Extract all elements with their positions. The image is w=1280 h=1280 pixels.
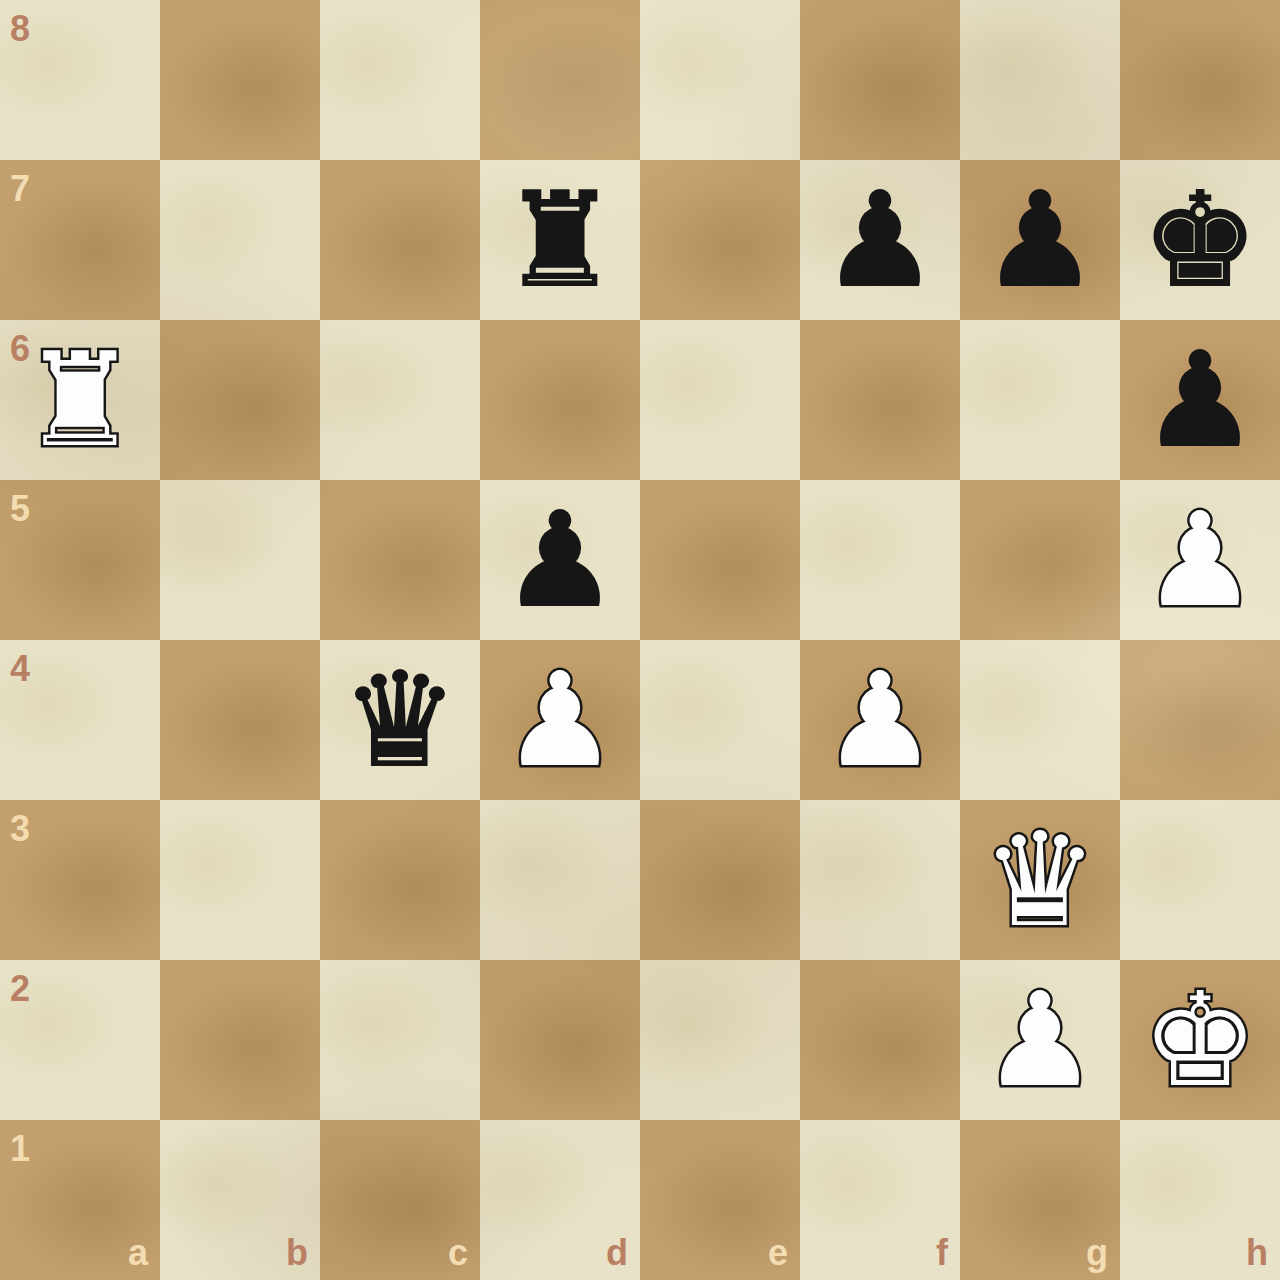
square-g1[interactable]: g [960,1120,1120,1280]
square-a5[interactable]: 5 [0,480,160,640]
square-e2[interactable] [640,960,800,1120]
rank-label-7: 7 [10,168,30,210]
square-c1[interactable]: c [320,1120,480,1280]
square-f8[interactable] [800,0,960,160]
black-pawn-d5[interactable]: ♟ [480,480,640,640]
file-label-e: e [768,1232,788,1274]
square-b2[interactable] [160,960,320,1120]
square-d3[interactable] [480,800,640,960]
square-d1[interactable]: d [480,1120,640,1280]
square-b4[interactable] [160,640,320,800]
square-h5[interactable]: ♟ [1120,480,1280,640]
black-rook-d7[interactable]: ♜ [480,160,640,320]
square-f6[interactable] [800,320,960,480]
square-c2[interactable] [320,960,480,1120]
square-e6[interactable] [640,320,800,480]
square-e7[interactable] [640,160,800,320]
square-a2[interactable]: 2 [0,960,160,1120]
square-b3[interactable] [160,800,320,960]
square-d5[interactable]: ♟ [480,480,640,640]
file-label-c: c [448,1232,468,1274]
file-label-f: f [936,1232,948,1274]
square-h2[interactable]: ♚ [1120,960,1280,1120]
square-d8[interactable] [480,0,640,160]
rank-label-2: 2 [10,968,30,1010]
white-queen-g3[interactable]: ♛ [960,800,1120,960]
square-c3[interactable] [320,800,480,960]
square-f3[interactable] [800,800,960,960]
square-a4[interactable]: 4 [0,640,160,800]
white-king-h2[interactable]: ♚ [1120,960,1280,1120]
square-b1[interactable]: b [160,1120,320,1280]
square-a6[interactable]: 6♜ [0,320,160,480]
square-h6[interactable]: ♟ [1120,320,1280,480]
square-d6[interactable] [480,320,640,480]
rank-label-1: 1 [10,1128,30,1170]
white-rook-a6[interactable]: ♜ [0,320,160,480]
square-e5[interactable] [640,480,800,640]
square-b5[interactable] [160,480,320,640]
black-pawn-f7[interactable]: ♟ [800,160,960,320]
square-b8[interactable] [160,0,320,160]
square-g2[interactable]: ♟ [960,960,1120,1120]
square-c8[interactable] [320,0,480,160]
square-e1[interactable]: e [640,1120,800,1280]
square-f5[interactable] [800,480,960,640]
square-b7[interactable] [160,160,320,320]
black-queen-c4[interactable]: ♛ [320,640,480,800]
black-pawn-h6[interactable]: ♟ [1120,320,1280,480]
square-c7[interactable] [320,160,480,320]
square-h4[interactable] [1120,640,1280,800]
square-e8[interactable] [640,0,800,160]
square-h1[interactable]: h [1120,1120,1280,1280]
square-f1[interactable]: f [800,1120,960,1280]
square-f4[interactable]: ♟ [800,640,960,800]
square-d7[interactable]: ♜ [480,160,640,320]
file-label-a: a [128,1232,148,1274]
square-g7[interactable]: ♟ [960,160,1120,320]
square-b6[interactable] [160,320,320,480]
file-label-h: h [1246,1232,1268,1274]
square-h7[interactable]: ♚ [1120,160,1280,320]
square-e3[interactable] [640,800,800,960]
white-pawn-h5[interactable]: ♟ [1120,480,1280,640]
square-g5[interactable] [960,480,1120,640]
square-a1[interactable]: 1a [0,1120,160,1280]
square-a7[interactable]: 7 [0,160,160,320]
file-label-d: d [606,1232,628,1274]
black-pawn-g7[interactable]: ♟ [960,160,1120,320]
square-c6[interactable] [320,320,480,480]
square-e4[interactable] [640,640,800,800]
square-f2[interactable] [800,960,960,1120]
square-d4[interactable]: ♟ [480,640,640,800]
square-c5[interactable] [320,480,480,640]
black-king-h7[interactable]: ♚ [1120,160,1280,320]
square-g3[interactable]: ♛ [960,800,1120,960]
square-h3[interactable] [1120,800,1280,960]
square-g8[interactable] [960,0,1120,160]
file-label-b: b [286,1232,308,1274]
rank-label-8: 8 [10,8,30,50]
square-g6[interactable] [960,320,1120,480]
file-label-g: g [1086,1232,1108,1274]
chess-board: 87♜♟♟♚6♜♟5♟♟4♛♟♟3♛2♟♚1abcdefgh [0,0,1280,1280]
rank-label-4: 4 [10,648,30,690]
white-pawn-f4[interactable]: ♟ [800,640,960,800]
rank-label-3: 3 [10,808,30,850]
square-d2[interactable] [480,960,640,1120]
square-a8[interactable]: 8 [0,0,160,160]
rank-label-5: 5 [10,488,30,530]
white-pawn-g2[interactable]: ♟ [960,960,1120,1120]
square-g4[interactable] [960,640,1120,800]
square-c4[interactable]: ♛ [320,640,480,800]
square-h8[interactable] [1120,0,1280,160]
white-pawn-d4[interactable]: ♟ [480,640,640,800]
square-f7[interactable]: ♟ [800,160,960,320]
square-a3[interactable]: 3 [0,800,160,960]
